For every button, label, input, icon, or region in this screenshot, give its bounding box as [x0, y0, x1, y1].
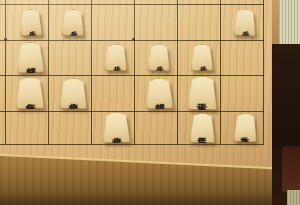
shogi-piece-gold-4i[interactable]: 金将 [103, 112, 131, 143]
grid-line-file5-6 [48, 0, 49, 145]
piece-kanji: 桂馬 [198, 126, 208, 129]
grid-line-rank-e-f [0, 4, 264, 5]
shogi-piece-gold-5h[interactable]: 金将 [60, 78, 88, 109]
piece-kanji: 歩兵 [69, 21, 77, 24]
shogi-piece-pawn-5f[interactable]: 歩兵 [62, 9, 84, 36]
piece-kanji: 銀将 [25, 56, 35, 59]
tatami-floor-sliver [287, 190, 300, 205]
star-point-34 [132, 38, 135, 41]
piece-body: 金将 [103, 112, 131, 143]
grid-line-file1-2 [220, 0, 221, 145]
piece-body: 歩兵 [234, 9, 257, 37]
piece-kanji: 金将 [111, 126, 121, 129]
grid-line-file2-3 [177, 0, 178, 145]
piece-body: 金将 [60, 78, 88, 109]
piece-kanji: 香車 [241, 126, 251, 129]
grid-line-file4-5 [91, 0, 92, 145]
shogi-piece-silver-3h[interactable]: 銀将 [146, 78, 174, 110]
piece-kanji: 歩兵 [27, 21, 35, 24]
shogi-piece-pawn-6f[interactable]: 歩兵 [20, 9, 43, 37]
piece-body: 玉将 [188, 76, 218, 111]
piece-body: 桂馬 [190, 113, 216, 143]
shogi-piece-knight-2i[interactable]: 桂馬 [190, 113, 216, 143]
piece-body: 歩兵 [148, 44, 171, 72]
shogi-piece-bishop-6h[interactable]: 角行 [16, 77, 45, 109]
piece-body: 銀将 [16, 42, 44, 74]
shogi-piece-pawn-2g[interactable]: 歩兵 [191, 44, 213, 71]
piece-kanji: 歩兵 [155, 56, 163, 59]
tatami-mat [279, 0, 300, 47]
piece-body: 歩兵 [20, 9, 43, 37]
piece-kanji: 角行 [25, 91, 35, 94]
piece-body: 歩兵 [191, 44, 213, 71]
shogi-piece-pawn-1f[interactable]: 歩兵 [234, 9, 257, 37]
piece-body: 歩兵 [105, 44, 127, 71]
piece-body: 銀将 [146, 78, 174, 110]
piece-kanji: 歩兵 [112, 56, 120, 59]
board-right-edge [272, 0, 279, 48]
grid-line-file6-7 [5, 0, 6, 145]
dark-wood-object [282, 146, 300, 192]
shogi-piece-pawn-3g[interactable]: 歩兵 [148, 44, 171, 72]
shogi-piece-lance-1i[interactable]: 香車 [234, 113, 258, 143]
grid-line-rank-h-i [0, 111, 264, 112]
grid-line-bottom-edge [0, 144, 264, 145]
piece-kanji: 銀将 [154, 92, 164, 95]
star-point-67 [4, 38, 7, 41]
shogi-piece-pawn-4g[interactable]: 歩兵 [105, 44, 127, 71]
king-maker-signature [198, 105, 207, 108]
shogi-piece-silver-6g[interactable]: 銀将 [16, 42, 44, 74]
piece-kanji: 金将 [68, 92, 78, 95]
shogi-board-photo: 歩兵 歩兵 歩兵 銀将 歩兵 歩兵 歩兵 角行 金将 銀将 玉将 金将 桂馬 香… [0, 0, 300, 205]
piece-body: 歩兵 [62, 9, 84, 36]
piece-kanji: 歩兵 [198, 56, 206, 59]
piece-kanji: 歩兵 [241, 21, 249, 24]
piece-body: 香車 [234, 113, 258, 143]
shogi-piece-king-2h[interactable]: 玉将 [188, 76, 218, 111]
piece-kanji: 玉将 [197, 91, 208, 94]
grid-line-file3-4 [134, 0, 135, 145]
piece-body: 角行 [16, 77, 45, 109]
grid-line-right-edge [263, 0, 264, 145]
